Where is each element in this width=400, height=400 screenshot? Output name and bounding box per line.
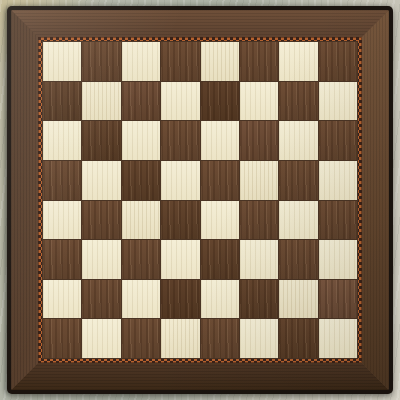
square-b1[interactable] (82, 319, 120, 358)
square-b6[interactable] (82, 121, 120, 160)
square-c6[interactable] (122, 121, 160, 160)
square-e3[interactable] (201, 240, 239, 279)
square-h4[interactable] (319, 201, 357, 240)
square-e8[interactable] (201, 42, 239, 81)
frame-top-rail (11, 10, 389, 38)
square-b3[interactable] (82, 240, 120, 279)
square-d3[interactable] (161, 240, 199, 279)
square-d7[interactable] (161, 82, 199, 121)
square-g3[interactable] (279, 240, 317, 279)
square-h2[interactable] (319, 280, 357, 319)
square-h1[interactable] (319, 319, 357, 358)
square-d1[interactable] (161, 319, 199, 358)
square-f6[interactable] (240, 121, 278, 160)
square-h5[interactable] (319, 161, 357, 200)
square-e6[interactable] (201, 121, 239, 160)
square-g1[interactable] (279, 319, 317, 358)
square-f4[interactable] (240, 201, 278, 240)
square-a1[interactable] (43, 319, 81, 358)
square-h8[interactable] (319, 42, 357, 81)
square-e7[interactable] (201, 82, 239, 121)
square-d4[interactable] (161, 201, 199, 240)
square-a5[interactable] (43, 161, 81, 200)
square-h3[interactable] (319, 240, 357, 279)
square-c4[interactable] (122, 201, 160, 240)
square-a8[interactable] (43, 42, 81, 81)
square-b8[interactable] (82, 42, 120, 81)
square-a7[interactable] (43, 82, 81, 121)
square-d6[interactable] (161, 121, 199, 160)
square-a4[interactable] (43, 201, 81, 240)
square-g2[interactable] (279, 280, 317, 319)
square-b2[interactable] (82, 280, 120, 319)
square-f5[interactable] (240, 161, 278, 200)
square-e2[interactable] (201, 280, 239, 319)
square-c3[interactable] (122, 240, 160, 279)
square-a2[interactable] (43, 280, 81, 319)
square-g5[interactable] (279, 161, 317, 200)
square-g7[interactable] (279, 82, 317, 121)
frame-right-rail (361, 10, 389, 390)
square-h7[interactable] (319, 82, 357, 121)
square-f3[interactable] (240, 240, 278, 279)
square-g6[interactable] (279, 121, 317, 160)
square-e1[interactable] (201, 319, 239, 358)
square-h6[interactable] (319, 121, 357, 160)
square-g8[interactable] (279, 42, 317, 81)
table-surface (0, 0, 400, 400)
square-e5[interactable] (201, 161, 239, 200)
square-g4[interactable] (279, 201, 317, 240)
square-c1[interactable] (122, 319, 160, 358)
square-d8[interactable] (161, 42, 199, 81)
square-a3[interactable] (43, 240, 81, 279)
frame-left-rail (11, 10, 39, 390)
square-f1[interactable] (240, 319, 278, 358)
square-f2[interactable] (240, 280, 278, 319)
playfield-grid (43, 42, 357, 358)
square-c5[interactable] (122, 161, 160, 200)
square-f7[interactable] (240, 82, 278, 121)
square-e4[interactable] (201, 201, 239, 240)
square-a6[interactable] (43, 121, 81, 160)
square-d2[interactable] (161, 280, 199, 319)
square-c8[interactable] (122, 42, 160, 81)
square-b4[interactable] (82, 201, 120, 240)
square-d5[interactable] (161, 161, 199, 200)
square-c7[interactable] (122, 82, 160, 121)
square-b7[interactable] (82, 82, 120, 121)
square-c2[interactable] (122, 280, 160, 319)
board-frame (11, 10, 389, 390)
square-b5[interactable] (82, 161, 120, 200)
square-f8[interactable] (240, 42, 278, 81)
chessboard (7, 6, 393, 394)
frame-bottom-rail (11, 362, 389, 390)
